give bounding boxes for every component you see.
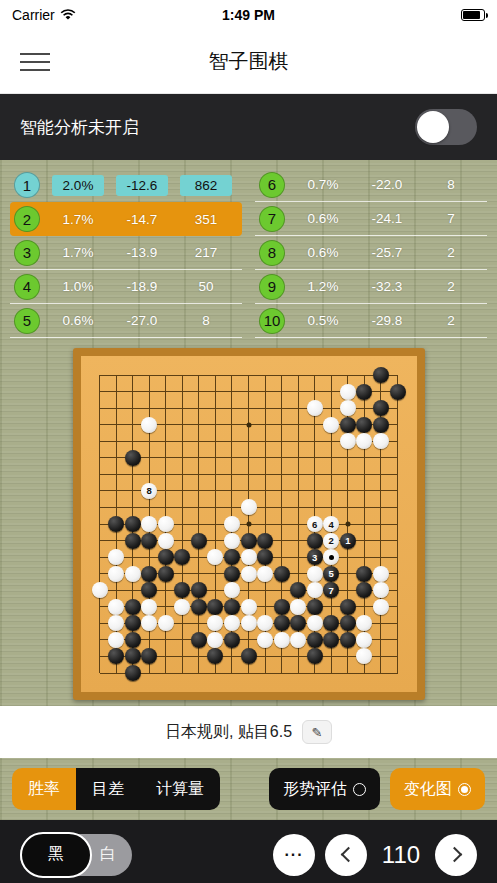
white-stone [340, 400, 356, 416]
black-stone [356, 582, 372, 598]
cell-visits: 8 [174, 313, 238, 328]
black-stone-numbered: 5 [323, 566, 339, 582]
toolbar: 胜率目差计算量 形势评估 变化图 [0, 758, 497, 820]
rank-badge: 6 [259, 172, 285, 198]
black-knob: 黑 [20, 832, 92, 878]
status-bar: Carrier 1:49 PM [0, 0, 497, 30]
black-stone [141, 648, 157, 664]
white-stone [141, 417, 157, 433]
white-stone [290, 599, 306, 615]
cell-score: -12.6 [116, 175, 168, 196]
white-stone [241, 566, 257, 582]
black-stone [191, 582, 207, 598]
white-stone [257, 615, 273, 631]
analysis-row-2[interactable]: 21.7%-14.7351 [10, 202, 242, 236]
white-stone-numbered: 2 [323, 533, 339, 549]
black-stone [141, 566, 157, 582]
white-stone [356, 632, 372, 648]
rank-badge: 3 [14, 240, 40, 266]
white-stone [224, 533, 240, 549]
white-stone [224, 516, 240, 532]
black-stone [241, 533, 257, 549]
white-stone [241, 599, 257, 615]
black-stone [125, 632, 141, 648]
smart-analysis-toggle[interactable] [415, 109, 477, 145]
cell-score: -29.8 [355, 313, 419, 328]
black-stone [241, 648, 257, 664]
white-stone [307, 615, 323, 631]
analysis-row-1[interactable]: 12.0%-12.6862 [10, 168, 242, 202]
page-title: 智子围棋 [0, 48, 497, 75]
black-stone [323, 615, 339, 631]
cell-win: 1.0% [46, 279, 110, 294]
cell-score: -24.1 [355, 211, 419, 226]
black-stone [125, 450, 141, 466]
white-stone [92, 582, 108, 598]
analysis-table: 12.0%-12.686221.7%-14.735131.7%-13.92174… [0, 160, 497, 342]
white-stone [323, 549, 339, 565]
black-stone [274, 615, 290, 631]
black-stone [307, 533, 323, 549]
ellipsis-icon: ··· [285, 846, 304, 864]
white-stone [373, 566, 389, 582]
white-stone [108, 549, 124, 565]
white-stone-numbered: 8 [141, 483, 157, 499]
bottom-bar: 白 黑 ··· 110 [0, 820, 497, 883]
header: 智子围棋 [0, 30, 497, 94]
smart-analysis-bar: 智能分析未开启 [0, 94, 497, 160]
cell-win: 0.6% [291, 245, 355, 260]
white-stone [158, 533, 174, 549]
black-stone [125, 648, 141, 664]
black-stone [125, 665, 141, 681]
black-stone [257, 549, 273, 565]
white-stone [125, 566, 141, 582]
analysis-column-left: 12.0%-12.686221.7%-14.735131.7%-13.92174… [10, 168, 242, 338]
black-stone [373, 417, 389, 433]
white-stone [307, 400, 323, 416]
white-stone [241, 549, 257, 565]
black-stone [307, 632, 323, 648]
metric-tabs: 胜率目差计算量 [12, 768, 220, 810]
white-stone [373, 599, 389, 615]
smart-analysis-label: 智能分析未开启 [20, 116, 139, 139]
white-stone [356, 648, 372, 664]
black-stone [323, 632, 339, 648]
black-stone [340, 615, 356, 631]
rank-badge: 2 [14, 206, 40, 232]
black-stone [191, 533, 207, 549]
black-stone [158, 566, 174, 582]
black-stone [340, 632, 356, 648]
analysis-row-5[interactable]: 50.6%-27.08 [10, 304, 242, 338]
last-move-marker [329, 555, 334, 560]
white-stone [323, 417, 339, 433]
black-stone [224, 566, 240, 582]
go-board-grid: 86421357 [81, 356, 417, 692]
black-stone [174, 549, 190, 565]
white-stone-numbered: 6 [307, 516, 323, 532]
tab-计算量[interactable]: 计算量 [140, 768, 220, 810]
white-stone [141, 615, 157, 631]
white-stone [224, 615, 240, 631]
chevron-right-icon [446, 847, 462, 863]
variation-diagram-button[interactable]: 变化图 [390, 768, 485, 810]
white-label: 白 [100, 844, 116, 865]
white-stone [108, 632, 124, 648]
chevron-left-icon [340, 847, 356, 863]
analysis-row-9[interactable]: 91.2%-32.32 [255, 270, 487, 304]
cell-score: -27.0 [110, 313, 174, 328]
analysis-column-right: 60.7%-22.0870.6%-24.1780.6%-25.7291.2%-3… [255, 168, 487, 338]
white-stone [373, 582, 389, 598]
white-stone [340, 433, 356, 449]
white-stone [141, 516, 157, 532]
white-stone [207, 615, 223, 631]
black-stone [207, 599, 223, 615]
analysis-row-6[interactable]: 60.7%-22.08 [255, 168, 487, 202]
black-stone [390, 384, 406, 400]
black-stone [125, 533, 141, 549]
variation-diagram-radio-icon [458, 783, 471, 796]
black-stone [307, 599, 323, 615]
black-stone [174, 582, 190, 598]
analysis-row-8[interactable]: 80.6%-25.72 [255, 236, 487, 270]
black-stone [125, 599, 141, 615]
cell-visits: 50 [174, 279, 238, 294]
black-stone [191, 599, 207, 615]
cell-win: 0.6% [46, 313, 110, 328]
black-stone [108, 648, 124, 664]
white-stone-numbered: 4 [323, 516, 339, 532]
black-stone [108, 516, 124, 532]
rank-badge: 7 [259, 206, 285, 232]
carrier-label: Carrier [12, 7, 55, 23]
rules-bar: 日本规则, 贴目6.5 ✎ [0, 706, 497, 758]
white-stone [307, 566, 323, 582]
black-stone [125, 615, 141, 631]
analysis-row-7[interactable]: 70.6%-24.17 [255, 202, 487, 236]
cell-score: -32.3 [355, 279, 419, 294]
black-stone [207, 648, 223, 664]
white-stone [373, 433, 389, 449]
black-stone [340, 417, 356, 433]
white-stone [307, 582, 323, 598]
more-button[interactable]: ··· [273, 834, 315, 876]
tab-目差[interactable]: 目差 [76, 768, 140, 810]
rank-badge: 10 [259, 308, 285, 334]
rank-badge: 5 [14, 308, 40, 334]
black-stone [158, 549, 174, 565]
white-stone [356, 433, 372, 449]
hoshi-point [345, 522, 350, 527]
go-board[interactable]: 86421357 [73, 348, 425, 700]
white-stone [241, 615, 257, 631]
white-stone [274, 632, 290, 648]
black-stone [356, 566, 372, 582]
cell-visits: 8 [419, 177, 483, 192]
black-label: 黑 [48, 844, 64, 865]
black-stone-numbered: 7 [323, 582, 339, 598]
cell-visits: 2 [419, 313, 483, 328]
black-stone [373, 400, 389, 416]
cell-win: 0.6% [291, 211, 355, 226]
cell-win: 1.7% [46, 212, 110, 227]
cell-win: 2.0% [52, 175, 104, 196]
white-stone [241, 499, 257, 515]
app-screen: Carrier 1:49 PM 智子围棋 智能分析未开启 12.0%-12.68… [0, 0, 497, 883]
variation-diagram-label: 变化图 [404, 779, 452, 800]
hoshi-point [246, 422, 251, 427]
prev-move-button[interactable] [325, 834, 367, 876]
white-stone [158, 615, 174, 631]
cell-score: -22.0 [355, 177, 419, 192]
hoshi-point [246, 522, 251, 527]
cell-visits: 862 [180, 175, 232, 196]
position-eval-label: 形势评估 [283, 779, 347, 800]
black-stone [125, 516, 141, 532]
cell-score: -13.9 [110, 245, 174, 260]
black-stone [274, 599, 290, 615]
clock: 1:49 PM [122, 7, 375, 23]
cell-visits: 2 [419, 279, 483, 294]
black-stone [224, 549, 240, 565]
white-stone [174, 599, 190, 615]
position-eval-radio-icon [353, 783, 366, 796]
analysis-row-10[interactable]: 100.5%-29.82 [255, 304, 487, 338]
black-stone [290, 582, 306, 598]
rank-badge: 4 [14, 274, 40, 300]
white-stone [158, 516, 174, 532]
cell-visits: 2 [419, 245, 483, 260]
black-stone [141, 582, 157, 598]
black-stone [373, 367, 389, 383]
cell-visits: 351 [174, 212, 238, 227]
cell-visits: 217 [174, 245, 238, 260]
white-stone [340, 384, 356, 400]
white-stone [108, 615, 124, 631]
black-stone [340, 599, 356, 615]
white-stone [257, 632, 273, 648]
cell-win: 1.7% [46, 245, 110, 260]
black-stone-numbered: 3 [307, 549, 323, 565]
rules-text: 日本规则, 贴目6.5 [165, 722, 292, 743]
cell-score: -14.7 [110, 212, 174, 227]
pencil-icon[interactable]: ✎ [302, 720, 332, 744]
tatami-area: 12.0%-12.686221.7%-14.735131.7%-13.92174… [0, 160, 497, 820]
black-stone [141, 533, 157, 549]
move-number: 110 [377, 841, 425, 869]
black-stone [307, 648, 323, 664]
black-stone [224, 599, 240, 615]
white-stone [356, 615, 372, 631]
white-stone [224, 582, 240, 598]
next-move-button[interactable] [435, 834, 477, 876]
white-stone [257, 566, 273, 582]
black-stone [290, 615, 306, 631]
analysis-row-4[interactable]: 41.0%-18.950 [10, 270, 242, 304]
black-stone [191, 632, 207, 648]
white-stone [108, 566, 124, 582]
wifi-icon [60, 9, 76, 21]
black-stone [257, 533, 273, 549]
rank-badge: 9 [259, 274, 285, 300]
white-stone [108, 599, 124, 615]
cell-win: 0.7% [291, 177, 355, 192]
black-stone [274, 566, 290, 582]
cell-visits: 7 [419, 211, 483, 226]
battery-icon [461, 9, 485, 21]
white-stone [207, 632, 223, 648]
position-eval-button[interactable]: 形势评估 [269, 768, 380, 810]
cell-win: 1.2% [291, 279, 355, 294]
rank-badge: 8 [259, 240, 285, 266]
rank-badge: 1 [14, 172, 40, 198]
black-stone [356, 417, 372, 433]
white-stone [141, 599, 157, 615]
analysis-row-3[interactable]: 31.7%-13.9217 [10, 236, 242, 270]
tab-胜率[interactable]: 胜率 [12, 768, 76, 810]
white-stone [290, 632, 306, 648]
cell-win: 0.5% [291, 313, 355, 328]
cell-score: -25.7 [355, 245, 419, 260]
cell-score: -18.9 [110, 279, 174, 294]
white-stone [207, 549, 223, 565]
color-toggle[interactable]: 白 黑 [20, 834, 132, 876]
black-stone [356, 384, 372, 400]
black-stone [224, 632, 240, 648]
black-stone-numbered: 1 [340, 533, 356, 549]
